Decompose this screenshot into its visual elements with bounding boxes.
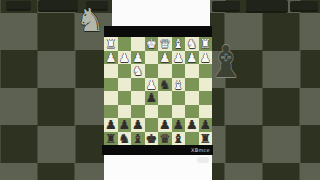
square-f7[interactable]: ♟ — [131, 118, 145, 132]
square-b4[interactable] — [185, 78, 199, 92]
white-knight-silhouette-icon: ♞ — [76, 4, 105, 36]
square-b3[interactable] — [185, 64, 199, 78]
piece-bR[interactable]: ♜ — [199, 132, 213, 146]
piece-bP[interactable]: ♟ — [158, 118, 172, 132]
square-g4[interactable] — [118, 78, 132, 92]
piece-bP[interactable]: ♟ — [131, 118, 145, 132]
piece-wB[interactable]: ♝ — [172, 37, 186, 51]
square-b7[interactable]: ♟ — [185, 118, 199, 132]
top-white-bar — [112, 0, 210, 26]
square-h6[interactable] — [104, 105, 118, 119]
piece-wP[interactable]: ♟ — [158, 51, 172, 65]
square-g8[interactable]: ♞ — [118, 132, 132, 146]
piece-wP[interactable]: ♟ — [104, 51, 118, 65]
square-f4[interactable] — [131, 78, 145, 92]
background-piece-base — [290, 1, 318, 12]
piece-bB[interactable]: ♝ — [172, 132, 186, 146]
square-e7[interactable] — [145, 118, 159, 132]
square-h5[interactable] — [104, 91, 118, 105]
square-f8[interactable]: ♝ — [131, 132, 145, 146]
chess-board[interactable]: ♜♚♛♝♞♜♟♟♟♟♟♟♟♞♟♞♝♟♟♟♟♟♟♟♟♜♞♝♚♛♝♜ — [104, 37, 212, 145]
square-a7[interactable]: ♟ — [199, 118, 213, 132]
piece-wP[interactable]: ♟ — [131, 51, 145, 65]
piece-bP[interactable]: ♟ — [172, 118, 186, 132]
square-d7[interactable]: ♟ — [158, 118, 172, 132]
piece-bP[interactable]: ♟ — [104, 118, 118, 132]
bottom-black-bar: XBmce — [102, 145, 213, 155]
square-f1[interactable] — [131, 37, 145, 51]
square-d4[interactable]: ♞ — [158, 78, 172, 92]
video-frame: ♞ ♝ ♜♚♛♝♞♜♟♟♟♟♟♟♟♞♟♞♝♟♟♟♟♟♟♟♟♜♞♝♚♛♝♜ XBm… — [0, 0, 320, 180]
square-h1[interactable]: ♜ — [104, 37, 118, 51]
piece-wR[interactable]: ♜ — [104, 37, 118, 51]
piece-bP[interactable]: ♟ — [185, 118, 199, 132]
piece-bN[interactable]: ♞ — [158, 78, 172, 92]
faint-smudge — [197, 157, 209, 163]
piece-bQ[interactable]: ♛ — [158, 132, 172, 146]
background-piece-base — [212, 1, 240, 12]
square-g6[interactable] — [118, 105, 132, 119]
background-piece-base — [38, 0, 78, 12]
channel-watermark: XBmce — [191, 145, 213, 155]
square-a8[interactable]: ♜ — [199, 132, 213, 146]
square-c3[interactable] — [172, 64, 186, 78]
square-a6[interactable] — [199, 105, 213, 119]
piece-bP[interactable]: ♟ — [145, 91, 159, 105]
square-c2[interactable]: ♟ — [172, 51, 186, 65]
square-c8[interactable]: ♝ — [172, 132, 186, 146]
piece-wN[interactable]: ♞ — [131, 64, 145, 78]
square-h8[interactable]: ♜ — [104, 132, 118, 146]
piece-bB[interactable]: ♝ — [131, 132, 145, 146]
square-h2[interactable]: ♟ — [104, 51, 118, 65]
square-e6[interactable] — [145, 105, 159, 119]
square-d3[interactable] — [158, 64, 172, 78]
square-g1[interactable] — [118, 37, 132, 51]
background-piece-base — [6, 1, 31, 11]
piece-bN[interactable]: ♞ — [118, 132, 132, 146]
square-e5[interactable]: ♟ — [145, 91, 159, 105]
square-e8[interactable]: ♚ — [145, 132, 159, 146]
square-a4[interactable] — [199, 78, 213, 92]
square-h3[interactable] — [104, 64, 118, 78]
square-b8[interactable] — [185, 132, 199, 146]
square-c6[interactable] — [172, 105, 186, 119]
square-f6[interactable] — [131, 105, 145, 119]
piece-wN[interactable]: ♞ — [185, 37, 199, 51]
square-g5[interactable] — [118, 91, 132, 105]
square-g7[interactable]: ♟ — [118, 118, 132, 132]
bottom-white-area — [104, 155, 212, 180]
square-f5[interactable] — [131, 91, 145, 105]
piece-bK[interactable]: ♚ — [145, 132, 159, 146]
square-f3[interactable]: ♞ — [131, 64, 145, 78]
piece-wP[interactable]: ♟ — [185, 51, 199, 65]
square-c4[interactable]: ♝ — [172, 78, 186, 92]
square-c1[interactable]: ♝ — [172, 37, 186, 51]
square-d1[interactable]: ♛ — [158, 37, 172, 51]
square-a2[interactable]: ♟ — [199, 51, 213, 65]
background-piece-base — [246, 0, 288, 13]
square-h7[interactable]: ♟ — [104, 118, 118, 132]
square-g3[interactable] — [118, 64, 132, 78]
piece-bP[interactable]: ♟ — [118, 118, 132, 132]
piece-wP[interactable]: ♟ — [118, 51, 132, 65]
square-h4[interactable] — [104, 78, 118, 92]
square-a3[interactable] — [199, 64, 213, 78]
piece-bR[interactable]: ♜ — [104, 132, 118, 146]
square-d5[interactable] — [158, 91, 172, 105]
square-e3[interactable] — [145, 64, 159, 78]
square-b5[interactable] — [185, 91, 199, 105]
square-g2[interactable]: ♟ — [118, 51, 132, 65]
piece-wP[interactable]: ♟ — [145, 78, 159, 92]
square-e2[interactable] — [145, 51, 159, 65]
square-a1[interactable]: ♜ — [199, 37, 213, 51]
square-b2[interactable]: ♟ — [185, 51, 199, 65]
piece-wQ[interactable]: ♛ — [158, 37, 172, 51]
square-e1[interactable]: ♚ — [145, 37, 159, 51]
square-e4[interactable]: ♟ — [145, 78, 159, 92]
square-a5[interactable] — [199, 91, 213, 105]
square-f2[interactable]: ♟ — [131, 51, 145, 65]
square-c7[interactable]: ♟ — [172, 118, 186, 132]
piece-wB[interactable]: ♝ — [172, 78, 186, 92]
square-b1[interactable]: ♞ — [185, 37, 199, 51]
square-d6[interactable] — [158, 105, 172, 119]
square-c5[interactable] — [172, 91, 186, 105]
square-d8[interactable]: ♛ — [158, 132, 172, 146]
piece-wR[interactable]: ♜ — [199, 37, 213, 51]
square-b6[interactable] — [185, 105, 199, 119]
piece-wP[interactable]: ♟ — [172, 51, 186, 65]
piece-wK[interactable]: ♚ — [145, 37, 159, 51]
piece-wP[interactable]: ♟ — [199, 51, 213, 65]
square-d2[interactable]: ♟ — [158, 51, 172, 65]
piece-bP[interactable]: ♟ — [199, 118, 213, 132]
